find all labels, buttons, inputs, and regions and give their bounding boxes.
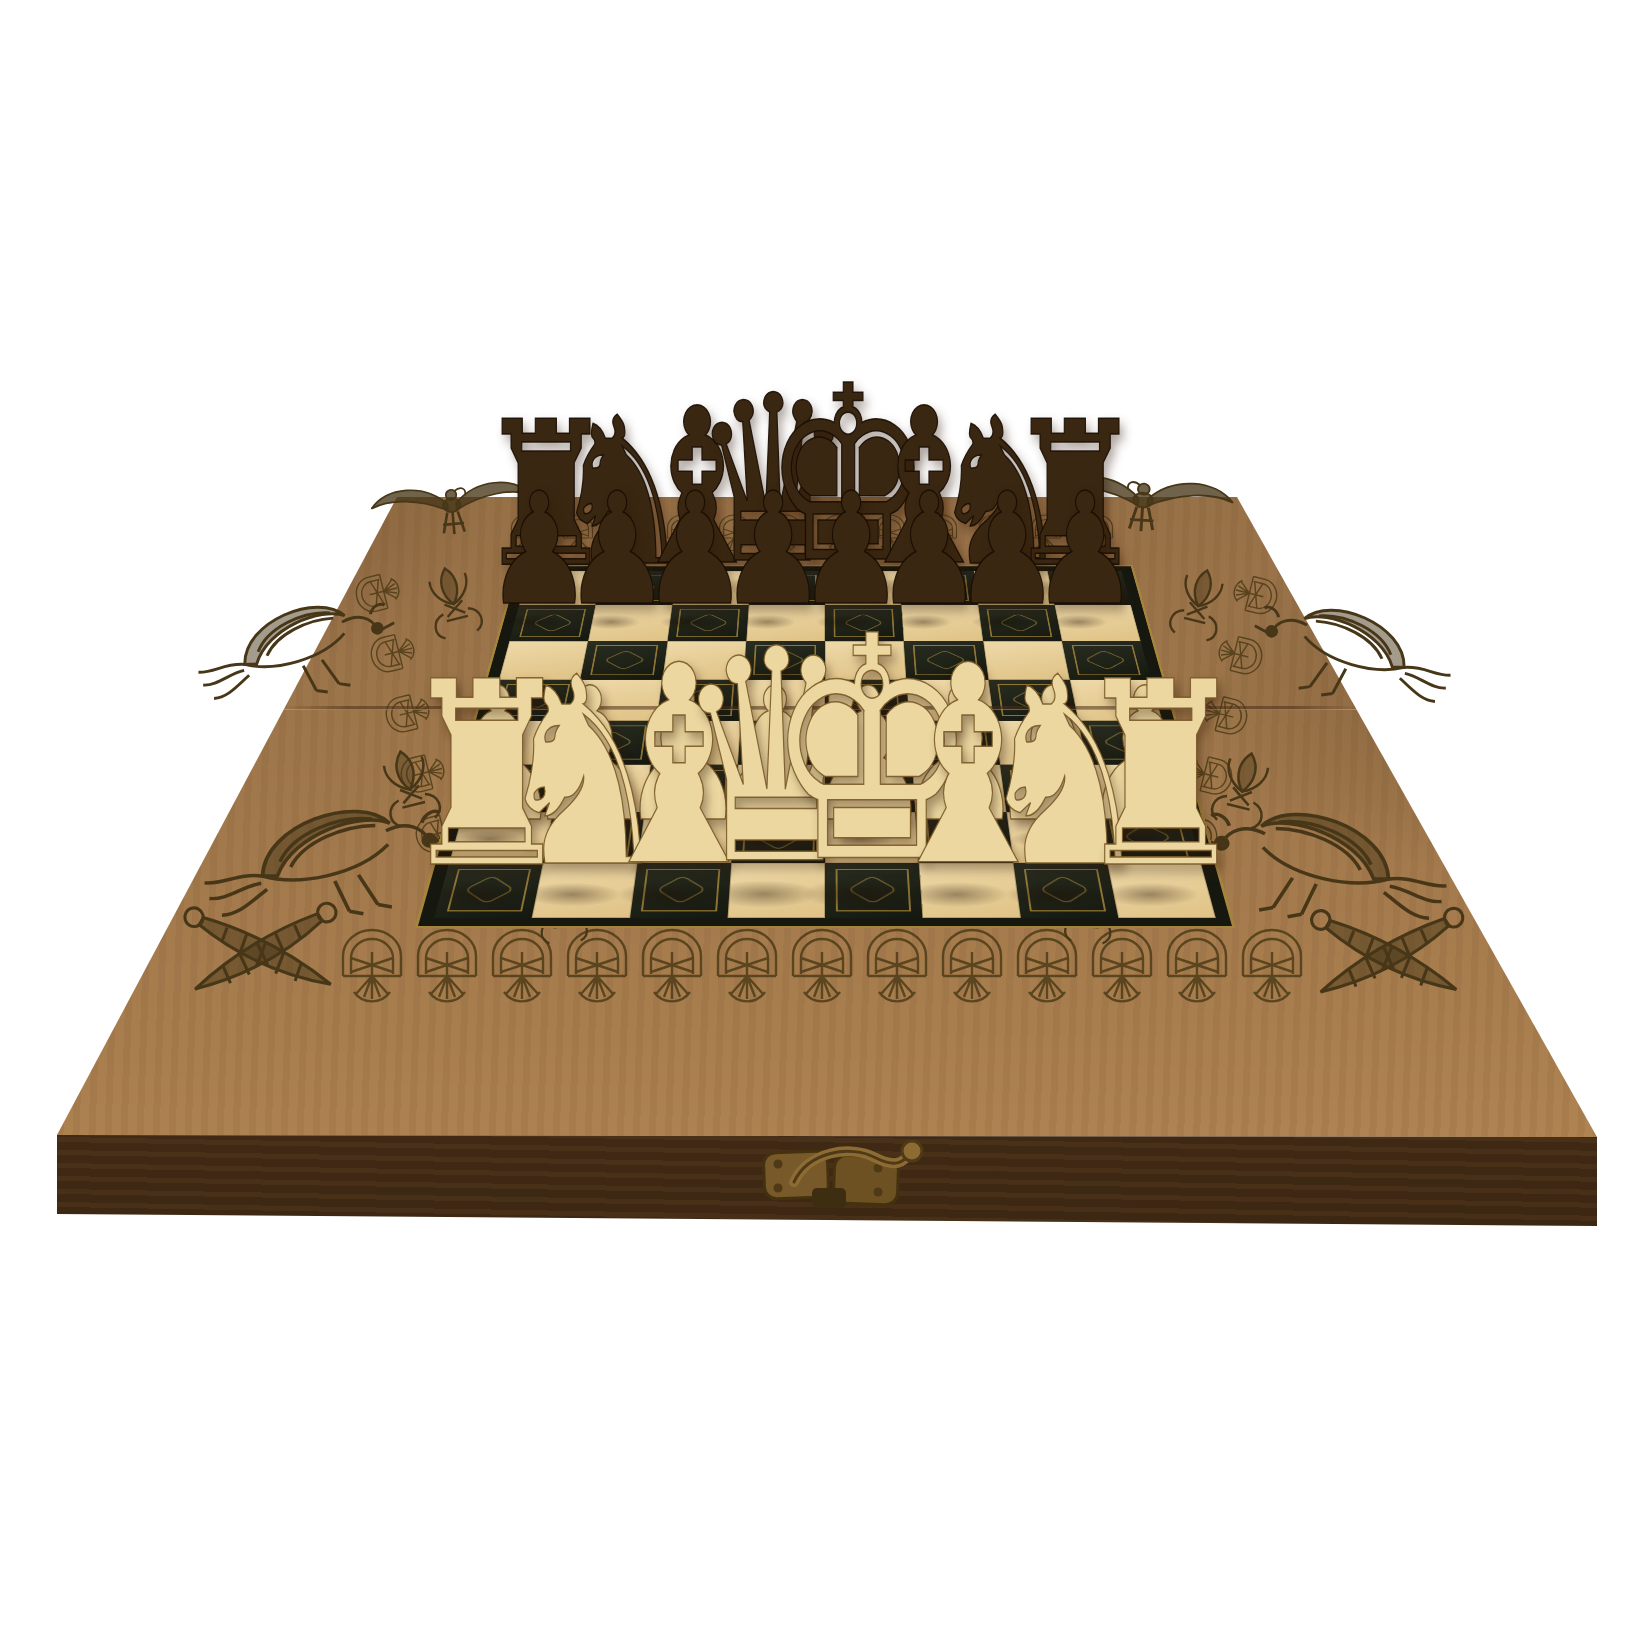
rook-glyph: ♜ [1071,649,1249,904]
pieces-layer: ♜♞♝♛♚♝♞♜♟♟♟♟♟♟♟♟♟♟♟♟♟♟♟♟♜♞♝♛♚♝♞♜ [0,0,1649,1648]
photo-scene: ♜♞♝♛♚♝♞♜♟♟♟♟♟♟♟♟♟♟♟♟♟♟♟♟♜♞♝♛♚♝♞♜ [0,0,1649,1648]
pawn-glyph: ♟ [1031,473,1139,628]
